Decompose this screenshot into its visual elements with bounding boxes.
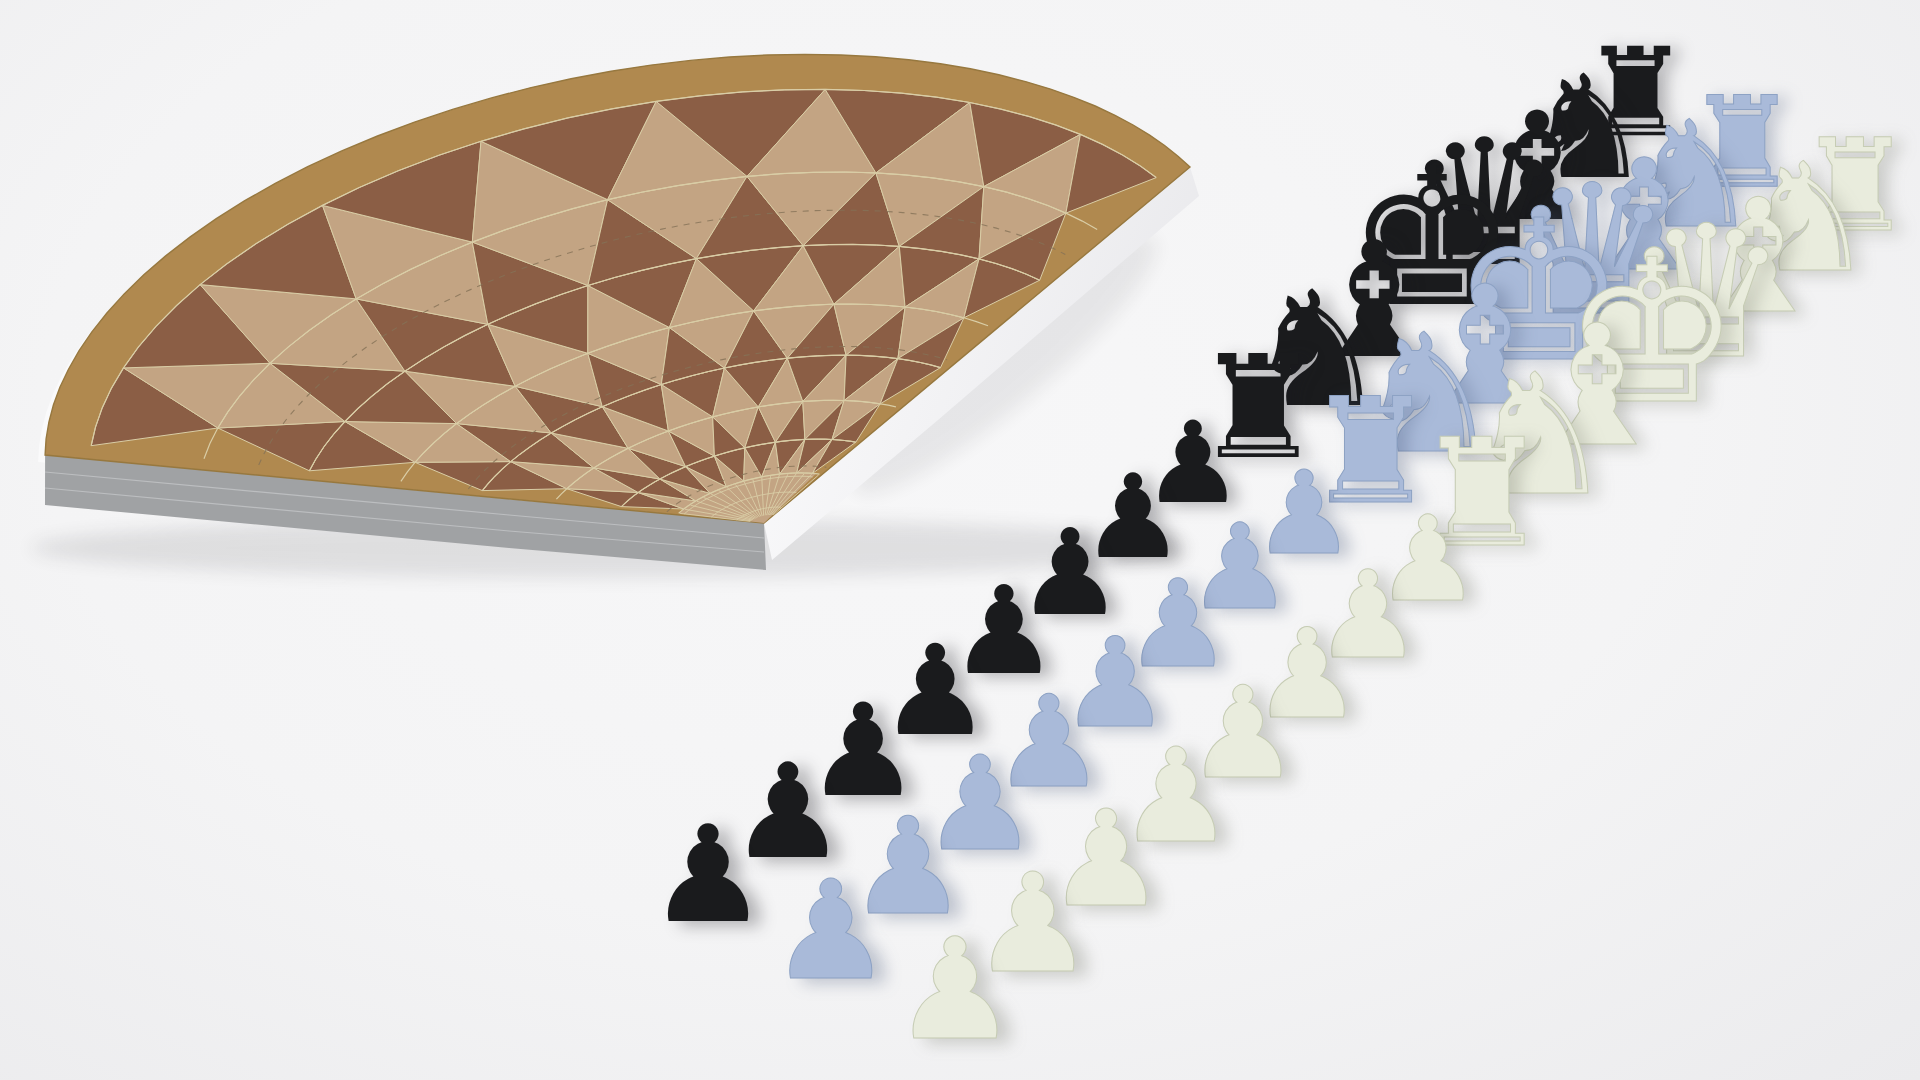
pieces-layer: ♟♟♟♟♟♟♟♟♜♞♝♚♛♝♞♜♟♟♟♟♟♟♟♟♜♞♝♚♛♝♞♜♟♟♟♟♟♟♟♟…: [0, 0, 1920, 1080]
piece-blue-pawn[interactable]: ♟: [770, 862, 893, 999]
scene: ♟♟♟♟♟♟♟♟♜♞♝♚♛♝♞♜♟♟♟♟♟♟♟♟♜♞♝♚♛♝♞♜♟♟♟♟♟♟♟♟…: [0, 0, 1920, 1080]
piece-white-pawn[interactable]: ♟: [892, 920, 1018, 1060]
piece-black-pawn[interactable]: ♟: [648, 808, 768, 942]
